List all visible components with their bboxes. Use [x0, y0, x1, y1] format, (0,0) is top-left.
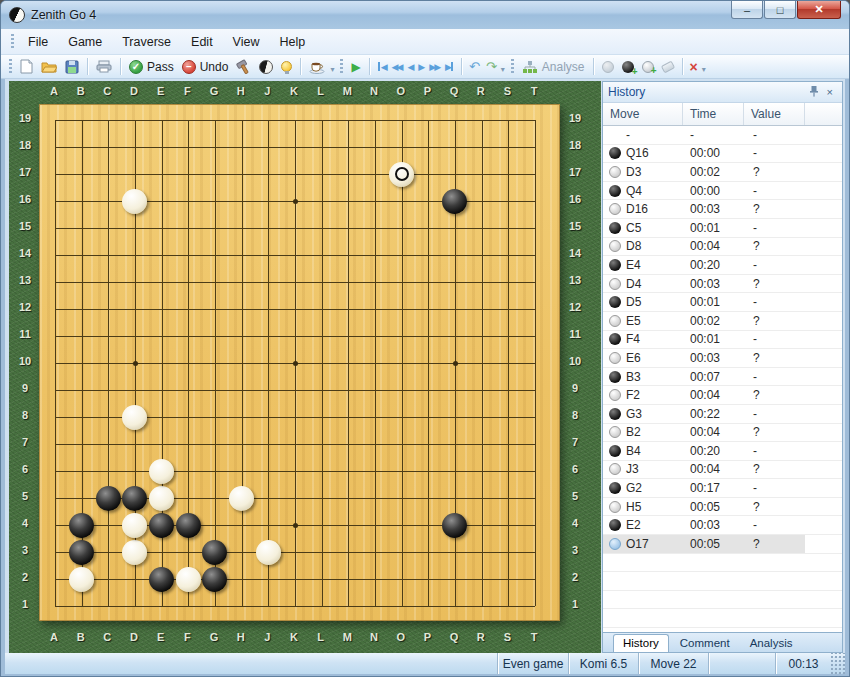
white-stone-icon [609, 463, 621, 475]
col-label-bottom-M: M [337, 631, 357, 644]
white-stone-F2: ○ [176, 567, 201, 592]
history-row-F2[interactable]: F200:04? [603, 386, 842, 405]
history-row-empty [603, 554, 842, 573]
row-label-right-10: 10 [565, 355, 585, 368]
col-label-top-P: P [417, 85, 437, 98]
erase-button[interactable] [658, 61, 678, 73]
black-stone-icon [609, 445, 621, 457]
back-button[interactable]: ◀ [404, 60, 415, 74]
add-white-stone-button[interactable]: + [638, 59, 658, 75]
white-stone-icon [609, 166, 621, 178]
black-stone-Q4: ● [442, 513, 467, 538]
status-bar: Even game Komi 6.5 Move 22 00:13 [5, 653, 845, 674]
hint-button[interactable] [277, 59, 296, 74]
resign-hammer-icon [236, 59, 251, 74]
close-button[interactable]: ✕ [797, 1, 841, 19]
black-stone-C5: ● [96, 486, 121, 511]
row-label-right-18: 18 [565, 139, 585, 152]
col-label-top-E: E [151, 85, 171, 98]
go-board[interactable]: ●●●●●●●●●●●○○○○○○○○○○○ [39, 104, 560, 621]
menu-grip[interactable] [11, 34, 14, 50]
col-label-bottom-R: R [471, 631, 491, 644]
black-stone-add-icon: + [622, 61, 634, 73]
row-label-left-16: 16 [15, 193, 35, 206]
col-label-bottom-P: P [417, 631, 437, 644]
col-label-bottom-N: N [364, 631, 384, 644]
row-label-right-6: 6 [565, 463, 585, 476]
history-row-H5[interactable]: H500:05? [603, 498, 842, 517]
col-header-move[interactable]: Move [603, 103, 683, 125]
history-row-D4[interactable]: D400:03? [603, 275, 842, 294]
black-stone-G2: ● [202, 567, 227, 592]
row-label-left-17: 17 [15, 166, 35, 179]
row-label-left-4: 4 [15, 517, 35, 530]
row-label-right-15: 15 [565, 220, 585, 233]
history-row-D5[interactable]: D500:01- [603, 293, 842, 312]
col-label-top-B: B [71, 85, 91, 98]
title-bar[interactable]: Zenith Go 4 – □ ✕ [1, 1, 849, 29]
white-stone-H5: ○ [229, 486, 254, 511]
status-game-type: Even game [497, 653, 568, 674]
menu-view[interactable]: View [223, 31, 270, 53]
col-label-bottom-T: T [524, 631, 544, 644]
row-label-left-14: 14 [15, 247, 35, 260]
col-label-bottom-H: H [231, 631, 251, 644]
white-stone-D16: ○ [122, 189, 147, 214]
black-stone-icon [609, 222, 621, 234]
black-stone-G3: ● [202, 540, 227, 565]
white-stone-icon [609, 501, 621, 513]
toolbar: ✓ Pass – Undo ▾ ▶ ◀ ◀◀ ◀ ▶ ▶▶ ▶ ↶ ↷ ▾ An [1, 55, 849, 79]
row-label-right-1: 1 [565, 598, 585, 611]
col-label-top-C: C [97, 85, 117, 98]
history-row-empty [603, 609, 842, 628]
minimize-button[interactable]: – [731, 1, 763, 19]
analyse-tree-icon [522, 60, 538, 74]
col-label-bottom-A: A [44, 631, 64, 644]
history-row-empty [603, 572, 842, 591]
white-stone-icon [609, 240, 621, 252]
black-stone-E4: ● [149, 513, 174, 538]
col-label-top-G: G [204, 85, 224, 98]
col-label-top-O: O [391, 85, 411, 98]
menu-edit[interactable]: Edit [181, 31, 223, 53]
history-row-D8[interactable]: D800:04? [603, 238, 842, 257]
pass-button[interactable]: ✓ Pass [125, 58, 178, 76]
row-label-left-6: 6 [15, 463, 35, 476]
black-stone-F4: ● [176, 513, 201, 538]
go-last-button[interactable]: ▶ [442, 60, 457, 74]
save-icon [65, 60, 79, 74]
new-game-button[interactable] [16, 57, 37, 76]
resize-grip[interactable] [831, 653, 845, 674]
col-label-bottom-C: C [97, 631, 117, 644]
toolbar-overflow-1[interactable]: ▾ [330, 65, 334, 74]
row-label-right-7: 7 [565, 436, 585, 449]
row-label-left-12: 12 [15, 301, 35, 314]
blue-stone-icon [609, 538, 621, 550]
toolbar-grip-1[interactable] [9, 59, 12, 75]
row-label-right-19: 19 [565, 112, 585, 125]
status-move-number: Move 22 [638, 653, 708, 674]
black-stone-icon [609, 296, 621, 308]
history-panel-header: History × [603, 82, 842, 103]
stone-toggle-icon [259, 60, 273, 74]
col-label-top-A: A [44, 85, 64, 98]
history-row-E4[interactable]: E400:20- [603, 256, 842, 275]
history-row-J3[interactable]: J300:04? [603, 461, 842, 480]
history-row-E5[interactable]: E500:02? [603, 312, 842, 331]
history-row--[interactable]: --- [603, 126, 842, 145]
col-label-top-Q: Q [444, 85, 464, 98]
row-label-right-8: 8 [565, 409, 585, 422]
white-stone-J3: ○ [256, 540, 281, 565]
row-label-right-5: 5 [565, 490, 585, 503]
row-label-right-9: 9 [565, 382, 585, 395]
delete-button[interactable]: × [687, 59, 701, 75]
row-label-right-16: 16 [565, 193, 585, 206]
col-label-top-T: T [524, 85, 544, 98]
history-row-D3[interactable]: D300:02? [603, 163, 842, 182]
row-label-left-15: 15 [15, 220, 35, 233]
history-tabs: History Comment Analysis [603, 632, 842, 652]
save-button[interactable] [61, 58, 83, 76]
row-label-right-14: 14 [565, 247, 585, 260]
col-label-top-L: L [311, 85, 331, 98]
history-row-O17[interactable]: O1700:05? [603, 535, 842, 554]
window-title: Zenith Go 4 [31, 8, 96, 22]
history-column-headers: Move Time Value [603, 103, 842, 126]
col-label-top-R: R [471, 85, 491, 98]
history-row-Q4[interactable]: Q400:00- [603, 182, 842, 201]
go-first-button[interactable]: ◀ [374, 60, 389, 74]
app-icon [9, 7, 25, 23]
white-stone-D8: ○ [122, 405, 147, 430]
black-stone-icon [609, 259, 621, 271]
history-rows: ---Q1600:00-D300:02?Q400:00-D1600:03?C50… [603, 126, 842, 632]
pass-icon: ✓ [129, 60, 143, 74]
black-stone-B3: ● [69, 540, 94, 565]
coffee-cup-icon [309, 60, 325, 74]
pin-icon[interactable] [805, 85, 823, 99]
open-folder-icon [41, 60, 57, 73]
row-label-left-9: 9 [15, 382, 35, 395]
white-stone-add-icon: + [642, 61, 654, 73]
resign-button[interactable] [232, 57, 255, 76]
col-label-bottom-G: G [204, 631, 224, 644]
col-header-value[interactable]: Value [744, 103, 805, 125]
col-label-bottom-L: L [311, 631, 331, 644]
row-label-left-18: 18 [15, 139, 35, 152]
stones-pair-icon [602, 61, 614, 73]
col-label-bottom-O: O [391, 631, 411, 644]
white-stone-icon [609, 389, 621, 401]
analyse-button[interactable]: Analyse [518, 58, 589, 76]
col-label-bottom-D: D [124, 631, 144, 644]
col-label-bottom-E: E [151, 631, 171, 644]
col-label-top-K: K [284, 85, 304, 98]
white-stone-icon [609, 203, 621, 215]
history-row-D16[interactable]: D1600:03? [603, 200, 842, 219]
col-label-bottom-F: F [177, 631, 197, 644]
black-stone-icon [609, 185, 621, 197]
show-stones-button[interactable] [598, 59, 618, 75]
row-label-left-13: 13 [15, 274, 35, 287]
eraser-icon [660, 60, 674, 73]
black-stone-D5: ● [122, 486, 147, 511]
history-row-B2[interactable]: B200:04? [603, 424, 842, 443]
forward-button[interactable]: ▶ [415, 60, 426, 74]
history-row-B4[interactable]: B400:20- [603, 442, 842, 461]
tab-comment[interactable]: Comment [671, 635, 739, 652]
col-label-top-M: M [337, 85, 357, 98]
history-row-Q16[interactable]: Q1600:00- [603, 145, 842, 164]
stone-color-button[interactable] [255, 58, 277, 76]
white-stone-icon [609, 315, 621, 327]
workspace: ●●●●●●●●●●●○○○○○○○○○○○ AABBCCDDEEFFGGHHJ… [5, 79, 845, 653]
menu-help[interactable]: Help [269, 31, 315, 53]
row-label-right-11: 11 [565, 328, 585, 341]
white-stone-icon [609, 352, 621, 364]
lightbulb-icon [281, 61, 292, 72]
white-stone-D3: ○ [122, 540, 147, 565]
toolbar-grip-3[interactable] [511, 59, 514, 75]
row-label-right-17: 17 [565, 166, 585, 179]
row-label-left-7: 7 [15, 436, 35, 449]
col-label-top-J: J [257, 85, 277, 98]
history-panel: History × Move Time Value ---Q1600:00-D3… [602, 81, 843, 653]
black-stone-icon [609, 333, 621, 345]
black-stone-icon [609, 147, 621, 159]
row-label-left-8: 8 [15, 409, 35, 422]
toolbar-overflow-3[interactable]: ▾ [702, 65, 706, 74]
menu-bar: File Game Traverse Edit View Help [1, 29, 849, 55]
row-label-left-5: 5 [15, 490, 35, 503]
black-stone-B4: ● [69, 513, 94, 538]
stones-layer: ●●●●●●●●●●●○○○○○○○○○○○ [42, 107, 549, 620]
row-label-left-10: 10 [15, 355, 35, 368]
col-label-top-H: H [231, 85, 251, 98]
play-button[interactable]: ▶ [347, 59, 364, 75]
row-label-right-4: 4 [565, 517, 585, 530]
undo-icon: – [182, 60, 196, 74]
white-stone-E6: ○ [149, 459, 174, 484]
white-stone-B2: ○ [69, 567, 94, 592]
row-label-right-13: 13 [565, 274, 585, 287]
row-label-left-2: 2 [15, 571, 35, 584]
history-panel-title: History [608, 85, 805, 99]
fast-forward-button[interactable]: ▶▶ [426, 60, 442, 74]
go-board-area: ●●●●●●●●●●●○○○○○○○○○○○ AABBCCDDEEFFGGHHJ… [9, 81, 601, 653]
black-stone-E2: ● [149, 567, 174, 592]
status-komi: Komi 6.5 [568, 653, 638, 674]
col-label-bottom-S: S [497, 631, 517, 644]
undo-move-arrow-button[interactable]: ↶ [466, 59, 483, 74]
row-label-left-19: 19 [15, 112, 35, 125]
col-label-bottom-B: B [71, 631, 91, 644]
col-label-bottom-Q: Q [444, 631, 464, 644]
white-stone-O17: ○ [389, 162, 414, 187]
white-stone-icon [609, 278, 621, 290]
menu-game[interactable]: Game [58, 31, 112, 53]
black-stone-icon [609, 482, 621, 494]
new-document-icon [20, 59, 33, 74]
redo-move-arrow-button[interactable]: ↷ [483, 59, 500, 74]
open-button[interactable] [37, 58, 61, 75]
col-label-bottom-J: J [257, 631, 277, 644]
history-row-G3[interactable]: G300:22- [603, 405, 842, 424]
black-stone-icon [609, 519, 621, 531]
white-stone-E5: ○ [149, 486, 174, 511]
toolbar-grip-2[interactable] [340, 59, 343, 75]
status-empty-mid [708, 653, 775, 674]
break-button[interactable] [305, 58, 329, 76]
black-stone-Q16: ● [442, 189, 467, 214]
add-black-stone-button[interactable]: + [618, 59, 638, 75]
history-row-G2[interactable]: G200:17- [603, 479, 842, 498]
history-row-empty [603, 591, 842, 610]
row-label-left-3: 3 [15, 544, 35, 557]
row-label-right-12: 12 [565, 301, 585, 314]
row-label-right-2: 2 [565, 571, 585, 584]
col-label-top-N: N [364, 85, 384, 98]
print-button[interactable] [92, 58, 116, 75]
row-label-right-3: 3 [565, 544, 585, 557]
col-label-top-S: S [497, 85, 517, 98]
col-label-bottom-K: K [284, 631, 304, 644]
history-row-C5[interactable]: C500:01- [603, 219, 842, 238]
app-window: Zenith Go 4 – □ ✕ File Game Traverse Edi… [0, 0, 850, 677]
col-header-time[interactable]: Time [683, 103, 744, 125]
status-empty-left [5, 653, 497, 674]
row-label-left-1: 1 [15, 598, 35, 611]
tab-history[interactable]: History [613, 634, 669, 652]
history-row-E6[interactable]: E600:03? [603, 349, 842, 368]
col-label-top-F: F [177, 85, 197, 98]
undo-button[interactable]: – Undo [178, 58, 233, 76]
tab-analysis[interactable]: Analysis [741, 635, 802, 652]
col-label-top-D: D [124, 85, 144, 98]
panel-close-icon[interactable]: × [823, 86, 837, 98]
printer-icon [96, 60, 112, 73]
fast-back-button[interactable]: ◀◀ [389, 60, 405, 74]
status-clock: 00:13 [775, 653, 831, 674]
history-row-E2[interactable]: E200:03- [603, 516, 842, 535]
history-row-B3[interactable]: B300:07- [603, 368, 842, 387]
history-row-F4[interactable]: F400:01- [603, 331, 842, 350]
toolbar-overflow-2[interactable]: ▾ [501, 65, 505, 74]
white-stone-icon [609, 426, 621, 438]
menu-traverse[interactable]: Traverse [112, 31, 181, 53]
black-stone-icon [609, 408, 621, 420]
white-stone-D4: ○ [122, 513, 147, 538]
menu-file[interactable]: File [18, 31, 58, 53]
row-label-left-11: 11 [15, 328, 35, 341]
maximize-button[interactable]: □ [764, 1, 796, 19]
black-stone-icon [609, 371, 621, 383]
